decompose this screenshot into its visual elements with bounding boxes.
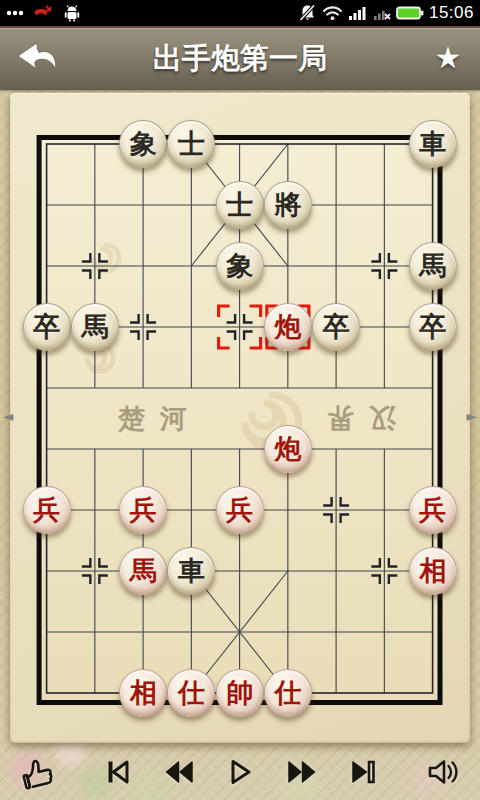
play-button[interactable] <box>219 752 259 792</box>
mute-icon <box>298 4 317 22</box>
piece-glyph: 兵 <box>130 492 157 528</box>
piece-glyph: 卒 <box>419 309 446 345</box>
app-screen: 15:06 出手炮第一局 ★ <box>0 0 480 800</box>
piece-glyph: 相 <box>419 553 446 589</box>
piece-black-0-3: 卒 <box>23 303 71 351</box>
piece-glyph: 馬 <box>81 309 108 345</box>
piece-glyph: 兵 <box>226 492 253 528</box>
piece-glyph: 車 <box>178 553 205 589</box>
like-button[interactable] <box>17 752 57 792</box>
piece-black-4-2: 象 <box>216 242 264 290</box>
rewind-button[interactable] <box>159 752 199 792</box>
title-bar: 出手炮第一局 ★ <box>0 26 480 90</box>
back-button[interactable] <box>12 40 64 78</box>
piece-red-4-6: 兵 <box>216 486 264 534</box>
page-title: 出手炮第一局 <box>0 28 480 88</box>
volume-button[interactable] <box>423 752 463 792</box>
piece-glyph: 炮 <box>274 431 301 467</box>
playback-toolbar <box>0 748 480 800</box>
android-icon <box>62 4 82 22</box>
piece-glyph: 車 <box>419 126 446 162</box>
favorite-button[interactable]: ★ <box>426 36 470 80</box>
board-panel: 楚河 汉界 象士車士將象馬卒馬炮卒卒炮兵兵兵兵馬車相相仕帥仕 <box>10 93 470 743</box>
piece-black-2-0: 象 <box>119 120 167 168</box>
piece-black-8-2: 馬 <box>409 242 457 290</box>
piece-black-1-3: 馬 <box>71 303 119 351</box>
status-bar: 15:06 <box>0 0 480 26</box>
wifi-icon <box>322 5 343 21</box>
piece-glyph: 卒 <box>33 309 60 345</box>
signal-no-sim-icon <box>373 5 391 21</box>
piece-grid: 象士車士將象馬卒馬炮卒卒炮兵兵兵兵馬車相相仕帥仕 <box>23 114 457 724</box>
more-icon <box>6 10 24 16</box>
piece-black-4-1: 士 <box>216 181 264 229</box>
missed-call-icon <box>33 4 53 22</box>
piece-glyph: 仕 <box>178 675 205 711</box>
prev-page-arrow[interactable]: ◄ <box>0 406 16 426</box>
piece-red-0-6: 兵 <box>23 486 71 534</box>
piece-glyph: 兵 <box>419 492 446 528</box>
piece-black-8-0: 車 <box>409 120 457 168</box>
piece-black-3-0: 士 <box>167 120 215 168</box>
piece-glyph: 象 <box>226 248 253 284</box>
piece-glyph: 相 <box>130 675 157 711</box>
skip-to-end-button[interactable] <box>343 752 383 792</box>
piece-black-5-1: 將 <box>264 181 312 229</box>
piece-glyph: 兵 <box>33 492 60 528</box>
piece-glyph: 卒 <box>323 309 350 345</box>
piece-red-2-9: 相 <box>119 669 167 717</box>
piece-red-5-9: 仕 <box>264 669 312 717</box>
piece-glyph: 士 <box>178 126 205 162</box>
piece-red-8-6: 兵 <box>409 486 457 534</box>
piece-red-2-7: 馬 <box>119 547 167 595</box>
piece-glyph: 炮 <box>274 309 301 345</box>
piece-black-3-7: 車 <box>167 547 215 595</box>
piece-red-3-9: 仕 <box>167 669 215 717</box>
piece-red-8-7: 相 <box>409 547 457 595</box>
piece-red-5-5: 炮 <box>264 425 312 473</box>
next-page-arrow[interactable]: ► <box>464 406 480 426</box>
piece-glyph: 馬 <box>130 553 157 589</box>
piece-glyph: 仕 <box>274 675 301 711</box>
clock-text: 15:06 <box>429 0 474 26</box>
piece-red-2-6: 兵 <box>119 486 167 534</box>
piece-black-8-3: 卒 <box>409 303 457 351</box>
piece-glyph: 馬 <box>419 248 446 284</box>
piece-glyph: 將 <box>274 187 301 223</box>
piece-glyph: 士 <box>226 187 253 223</box>
piece-red-5-3: 炮 <box>264 303 312 351</box>
skip-to-start-button[interactable] <box>97 752 137 792</box>
signal-icon <box>348 5 368 21</box>
piece-glyph: 帥 <box>226 675 253 711</box>
piece-black-6-3: 卒 <box>312 303 360 351</box>
battery-icon <box>396 5 424 21</box>
piece-red-4-9: 帥 <box>216 669 264 717</box>
fast-forward-button[interactable] <box>282 752 322 792</box>
piece-glyph: 象 <box>130 126 157 162</box>
